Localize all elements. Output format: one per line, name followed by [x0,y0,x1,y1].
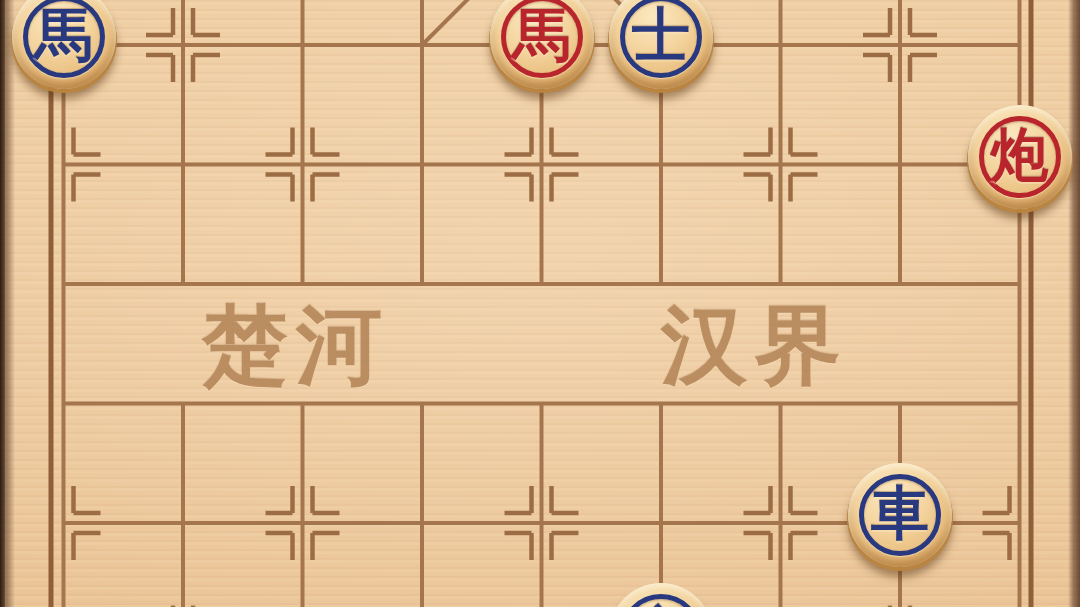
piece-glyph: 士 [632,7,690,65]
piece-glyph: 馬 [513,7,571,65]
piece-glyph: 車 [871,485,929,543]
piece-glyph: 馬 [35,7,93,65]
piece-black-chariot[interactable]: 車 [848,463,952,567]
piece-red-cannon[interactable]: 炮 [968,105,1072,209]
piece-glyph: 炮 [991,127,1049,185]
xiangqi-board[interactable]: 楚河 汉界 馬馬士炮車卒 [0,0,1080,607]
